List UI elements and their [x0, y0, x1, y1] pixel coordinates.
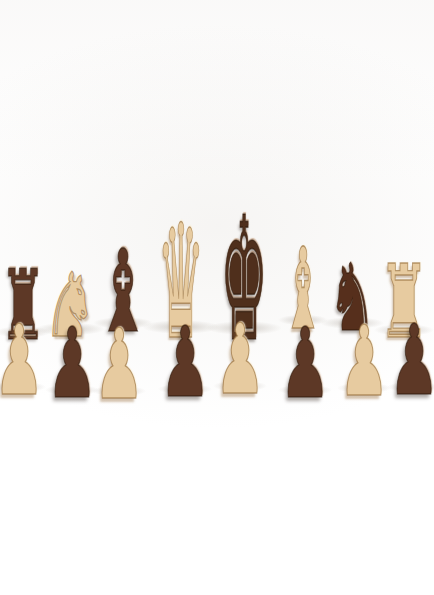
dark-pawn-piece: ♟: [388, 312, 434, 409]
light-pawn-piece: ♟: [93, 316, 144, 413]
dark-pawn-piece: ♟: [279, 315, 330, 412]
light-pawn-piece: ♟: [214, 311, 265, 408]
dark-pawn-piece: ♟: [159, 314, 210, 411]
light-pawn-piece: ♟: [0, 312, 45, 409]
dark-pawn-piece: ♟: [46, 315, 97, 412]
chess-pieces-product-photo: ♜ ♞ ♝ ♛ ♚ ♝ ♞ ♜ ♟ ♟ ♟ ♟ ♟ ♟ ♟ ♟: [0, 0, 434, 595]
light-pawn-piece: ♟: [338, 313, 389, 410]
